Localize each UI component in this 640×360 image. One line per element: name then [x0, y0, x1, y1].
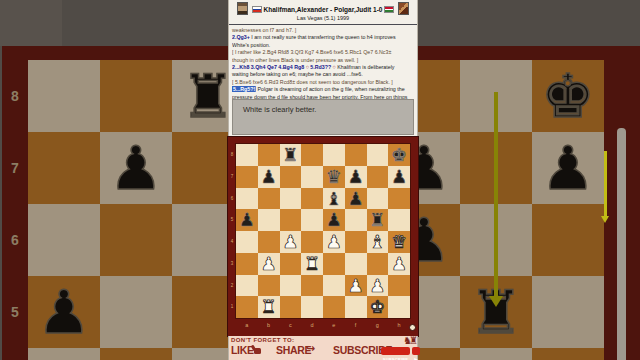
white-pawn-e4[interactable]: ♟: [323, 231, 345, 253]
comment-text: [ I rather like 2.Bg4 Rfd8 3.Qf3 Kg7 4.B…: [232, 49, 391, 55]
square-a4[interactable]: [236, 231, 258, 253]
square-c3[interactable]: [280, 253, 302, 275]
rank-label-2: 2: [228, 283, 236, 288]
square-b7[interactable]: ♟: [258, 166, 280, 188]
russia-flag-icon: [252, 6, 262, 13]
white-pawn-h3[interactable]: ♟: [388, 253, 410, 275]
square-f1[interactable]: [345, 296, 367, 318]
share-arrow-icon: ↪: [306, 342, 315, 355]
assessment-box[interactable]: White is clearly better.: [232, 99, 414, 135]
square-c6[interactable]: [280, 188, 302, 210]
square-f8[interactable]: [345, 144, 367, 166]
square-g2[interactable]: ♟: [367, 275, 389, 297]
square-h7[interactable]: ♟: [388, 166, 410, 188]
players-result-text: Khalifman,Alexander - Polgar,Judit 1-0: [264, 6, 383, 13]
square-a6[interactable]: [236, 188, 258, 210]
square-a3[interactable]: [236, 253, 258, 275]
square-a8[interactable]: [236, 144, 258, 166]
white-pawn-f2[interactable]: ♟: [345, 275, 367, 297]
comment-text: White's position.: [232, 42, 270, 48]
move-arrow-head: [601, 216, 609, 223]
square-b6[interactable]: [258, 188, 280, 210]
square-e1[interactable]: [323, 296, 345, 318]
white-rook-d3[interactable]: ♜: [301, 253, 323, 275]
file-labels: abcdefgh: [236, 320, 410, 330]
notation-line: 2...Kh8 3.Qh4 Qe7 4.Bg4 Rg8 ○ 5.Rd3?? ○ …: [232, 64, 392, 71]
file-label-c: c: [280, 320, 302, 330]
comment-text: I am not really sure that transferring t…: [250, 34, 396, 40]
square-c2[interactable]: [280, 275, 302, 297]
square-b4[interactable]: [258, 231, 280, 253]
black-queen-e7[interactable]: ♛: [323, 166, 345, 188]
notation-line: White's position.: [232, 42, 392, 49]
notation-line: [ I rather like 2.Bg4 Rfd8 3.Qf3 Kg7 4.B…: [232, 49, 392, 56]
square-b1[interactable]: ♜: [258, 296, 280, 318]
assessment-text: White is clearly better.: [233, 100, 413, 114]
notation-line: weaknesses on f7 and h7. ]: [232, 27, 392, 34]
event-logo-icon: [398, 2, 409, 15]
comment-text: waiting before taking on e6; maybe he ca…: [232, 71, 363, 77]
square-f2[interactable]: ♟: [345, 275, 367, 297]
rank-label-4: 4: [228, 239, 236, 244]
white-rook-b1[interactable]: ♜: [258, 296, 280, 318]
square-d3[interactable]: ♜: [301, 253, 323, 275]
square-a7[interactable]: [236, 166, 258, 188]
square-b8[interactable]: [258, 144, 280, 166]
square-g5[interactable]: ♜: [367, 209, 389, 231]
square-g4[interactable]: ♝: [367, 231, 389, 253]
square-d4[interactable]: [301, 231, 323, 253]
white-king-g1[interactable]: ♚: [367, 296, 389, 318]
chess-pieces-icon: ♞♜: [403, 335, 415, 346]
square-e8[interactable]: [323, 144, 345, 166]
white-pawn-c4[interactable]: ♟: [280, 231, 302, 253]
black-pawn-a5[interactable]: ♟: [236, 209, 258, 231]
square-f7[interactable]: ♟: [345, 166, 367, 188]
square-h4[interactable]: ♛: [388, 231, 410, 253]
square-e2[interactable]: [323, 275, 345, 297]
player-photo: [237, 2, 248, 15]
comment-text: Khalifman is deliberately: [337, 64, 394, 70]
square-a1[interactable]: [236, 296, 258, 318]
square-h8[interactable]: ♚: [388, 144, 410, 166]
square-b3[interactable]: ♟: [258, 253, 280, 275]
white-queen-h4[interactable]: ♛: [388, 231, 410, 253]
square-e6[interactable]: ♝: [323, 188, 345, 210]
black-bishop-e6[interactable]: ♝: [323, 188, 345, 210]
square-d2[interactable]: [301, 275, 323, 297]
square-a5[interactable]: ♟: [236, 209, 258, 231]
hungary-flag-icon: [384, 6, 394, 13]
rank-label-8: 8: [228, 152, 236, 157]
black-pawn-h7[interactable]: ♟: [388, 166, 410, 188]
square-f6[interactable]: ♟: [345, 188, 367, 210]
square-c5[interactable]: [280, 209, 302, 231]
square-d7[interactable]: [301, 166, 323, 188]
square-e7[interactable]: ♛: [323, 166, 345, 188]
black-pawn-e5[interactable]: ♟: [323, 209, 345, 231]
comment-text: Polgar is dreaming of action on the g fi…: [256, 86, 405, 92]
file-label-g: g: [367, 320, 389, 330]
side-to-move-indicator: [409, 324, 416, 331]
square-f5[interactable]: [345, 209, 367, 231]
rank-label-1: 1: [228, 304, 236, 309]
rank-label-6: 6: [228, 196, 236, 201]
analysis-window: Khalifman,Alexander - Polgar,Judit 1-0 L…: [228, 0, 418, 360]
square-a2[interactable]: [236, 275, 258, 297]
comment-text: weaknesses on f7 and h7. ]: [232, 27, 296, 33]
square-g3[interactable]: [367, 253, 389, 275]
square-c8[interactable]: ♜: [280, 144, 302, 166]
notation-line: waiting before taking on e6; maybe he ca…: [232, 71, 392, 78]
square-g7[interactable]: [367, 166, 389, 188]
notation-line: [ 5.Bxe6 fxe6 6.Rd3 Rcd8± does not seem …: [232, 79, 392, 86]
square-e3[interactable]: [323, 253, 345, 275]
square-f4[interactable]: [345, 231, 367, 253]
square-d6[interactable]: [301, 188, 323, 210]
game-header: Khalifman,Alexander - Polgar,Judit 1-0 L…: [229, 0, 417, 25]
square-h1[interactable]: [388, 296, 410, 318]
banner-heading: DON'T FORGET TO:: [231, 337, 294, 343]
board-diagram: ♜♚♟♛♟♟♝♟♟♟♜♟♟♝♛♟♜♟♟♟♜♚ abcdefgh 87654321: [228, 137, 418, 336]
black-king-h8[interactable]: ♚: [388, 144, 410, 166]
file-label-h: h: [388, 320, 410, 330]
black-pawn-f7[interactable]: ♟: [345, 166, 367, 188]
rank-label-5: 5: [228, 217, 236, 222]
square-g8[interactable]: [367, 144, 389, 166]
white-bishop-g4[interactable]: ♝: [367, 231, 389, 253]
square-c4[interactable]: ♟: [280, 231, 302, 253]
square-g6[interactable]: [367, 188, 389, 210]
square-e4[interactable]: ♟: [323, 231, 345, 253]
square-d8[interactable]: [301, 144, 323, 166]
annotation-text: weaknesses on f7 and h7. ]2.Qg3+ I am no…: [229, 25, 417, 101]
move-text[interactable]: 2...Kh8 3.Qh4 Qe7 4.Bg4 Rg8: [232, 64, 304, 70]
notation-line: though in other lines Black is under pre…: [232, 57, 392, 64]
rank-label-3: 3: [228, 261, 236, 266]
move-text[interactable]: 5.Rd3??: [310, 64, 331, 70]
file-label-b: b: [258, 320, 280, 330]
square-b5[interactable]: [258, 209, 280, 231]
square-b2[interactable]: [258, 275, 280, 297]
black-rook-c8[interactable]: ♜: [280, 144, 302, 166]
selected-move[interactable]: 5...Rg5?!: [232, 86, 256, 92]
white-pawn-b3[interactable]: ♟: [258, 253, 280, 275]
square-h3[interactable]: ♟: [388, 253, 410, 275]
file-label-f: f: [345, 320, 367, 330]
comment-text: [ 5.Bxe6 fxe6 6.Rd3 Rcd8± does not seem …: [232, 79, 393, 85]
square-c7[interactable]: [280, 166, 302, 188]
square-d5[interactable]: [301, 209, 323, 231]
notation-line: 5...Rg5?! Polgar is dreaming of action o…: [232, 86, 392, 93]
youtube-icon[interactable]: ▶: [412, 347, 420, 355]
square-h5[interactable]: [388, 209, 410, 231]
square-h2[interactable]: [388, 275, 410, 297]
square-d1[interactable]: [301, 296, 323, 318]
rank-label-7: 7: [228, 174, 236, 179]
square-c1[interactable]: [280, 296, 302, 318]
subscribe-button[interactable]: SUBSCRIBE: [381, 347, 410, 355]
comment-text: though in other lines Black is under pre…: [232, 57, 358, 63]
black-pawn-f6[interactable]: ♟: [345, 188, 367, 210]
event-line: Las Vegas (5.1) 1999: [229, 15, 417, 22]
notation-line: 2.Qg3+ I am not really sure that transfe…: [232, 34, 392, 41]
file-label-e: e: [323, 320, 345, 330]
square-e5[interactable]: ♟: [323, 209, 345, 231]
subscribe-banner: DON'T FORGET TO: LIKE SHARE ↪ SUBSCRIBE …: [228, 336, 418, 360]
square-f3[interactable]: [345, 253, 367, 275]
file-label-a: a: [236, 320, 258, 330]
chess-board[interactable]: ♜♚♟♛♟♟♝♟♟♟♜♟♟♝♛♟♜♟♟♟♜♚: [236, 144, 410, 318]
white-pawn-g2[interactable]: ♟: [367, 275, 389, 297]
thumbs-up-icon[interactable]: [252, 345, 263, 355]
square-h6[interactable]: [388, 188, 410, 210]
game-title-line: Khalifman,Alexander - Polgar,Judit 1-0: [229, 2, 417, 15]
move-text[interactable]: 2.Qg3+: [232, 34, 250, 40]
black-rook-g5[interactable]: ♜: [367, 209, 389, 231]
black-pawn-b7[interactable]: ♟: [258, 166, 280, 188]
square-g1[interactable]: ♚: [367, 296, 389, 318]
notation-panel: Khalifman,Alexander - Polgar,Judit 1-0 L…: [228, 0, 418, 137]
move-arrow-line: [604, 151, 606, 217]
file-label-d: d: [301, 320, 323, 330]
